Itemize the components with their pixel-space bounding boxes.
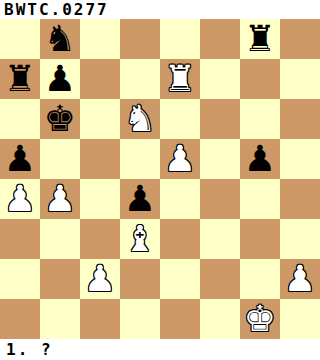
white-pawn: ♟ [44,179,76,219]
square-f7[interactable] [200,59,240,99]
square-a3[interactable] [0,219,40,259]
square-f5[interactable] [200,139,240,179]
white-rook: ♜ [164,59,196,99]
square-g8[interactable]: ♜ [240,19,280,59]
square-g4[interactable] [240,179,280,219]
square-a1[interactable] [0,299,40,339]
square-b7[interactable]: ♟ [40,59,80,99]
white-pawn: ♟ [4,179,36,219]
white-pawn: ♟ [164,139,196,179]
square-b6[interactable]: ♚ [40,99,80,139]
square-c6[interactable] [80,99,120,139]
black-king: ♚ [44,99,76,139]
square-b3[interactable] [40,219,80,259]
square-h1[interactable] [280,299,320,339]
square-a8[interactable] [0,19,40,59]
square-b8[interactable]: ♞ [40,19,80,59]
square-h8[interactable] [280,19,320,59]
square-f2[interactable] [200,259,240,299]
chess-board: ♞♜♜♟♜♚♞♟♟♟♟♟♟♝♟♟♚ [0,19,320,339]
square-h4[interactable] [280,179,320,219]
square-a4[interactable]: ♟ [0,179,40,219]
black-pawn: ♟ [44,59,76,99]
square-g5[interactable]: ♟ [240,139,280,179]
square-d4[interactable]: ♟ [120,179,160,219]
black-pawn: ♟ [244,139,276,179]
puzzle-title: BWTC.0277 [0,0,109,19]
square-c3[interactable] [80,219,120,259]
square-f3[interactable] [200,219,240,259]
square-h6[interactable] [280,99,320,139]
square-f6[interactable] [200,99,240,139]
square-c1[interactable] [80,299,120,339]
black-pawn: ♟ [4,139,36,179]
square-d5[interactable] [120,139,160,179]
square-d6[interactable]: ♞ [120,99,160,139]
square-f4[interactable] [200,179,240,219]
square-e5[interactable]: ♟ [160,139,200,179]
square-f1[interactable] [200,299,240,339]
square-b4[interactable]: ♟ [40,179,80,219]
square-e6[interactable] [160,99,200,139]
black-rook: ♜ [244,19,276,59]
square-a5[interactable]: ♟ [0,139,40,179]
square-h3[interactable] [280,219,320,259]
square-e4[interactable] [160,179,200,219]
square-a2[interactable] [0,259,40,299]
white-pawn: ♟ [84,259,116,299]
square-a6[interactable] [0,99,40,139]
square-g6[interactable] [240,99,280,139]
square-d8[interactable] [120,19,160,59]
white-king: ♚ [244,299,276,339]
square-e1[interactable] [160,299,200,339]
square-b1[interactable] [40,299,80,339]
square-c4[interactable] [80,179,120,219]
black-pawn: ♟ [124,179,156,219]
move-prompt-bar: 1. ? [0,339,320,360]
square-a7[interactable]: ♜ [0,59,40,99]
square-g1[interactable]: ♚ [240,299,280,339]
square-g3[interactable] [240,219,280,259]
square-d3[interactable]: ♝ [120,219,160,259]
square-c8[interactable] [80,19,120,59]
puzzle-title-bar: BWTC.0277 [0,0,320,19]
square-f8[interactable] [200,19,240,59]
square-b2[interactable] [40,259,80,299]
square-e3[interactable] [160,219,200,259]
white-knight: ♞ [124,99,156,139]
move-prompt: 1. ? [0,340,53,359]
square-e8[interactable] [160,19,200,59]
white-pawn: ♟ [284,259,316,299]
square-e7[interactable]: ♜ [160,59,200,99]
square-b5[interactable] [40,139,80,179]
square-c7[interactable] [80,59,120,99]
square-e2[interactable] [160,259,200,299]
square-g7[interactable] [240,59,280,99]
square-c2[interactable]: ♟ [80,259,120,299]
white-bishop: ♝ [124,219,156,259]
square-d2[interactable] [120,259,160,299]
square-h7[interactable] [280,59,320,99]
square-c5[interactable] [80,139,120,179]
square-h5[interactable] [280,139,320,179]
square-d7[interactable] [120,59,160,99]
square-h2[interactable]: ♟ [280,259,320,299]
black-rook: ♜ [4,59,36,99]
square-g2[interactable] [240,259,280,299]
black-knight: ♞ [44,19,76,59]
square-d1[interactable] [120,299,160,339]
